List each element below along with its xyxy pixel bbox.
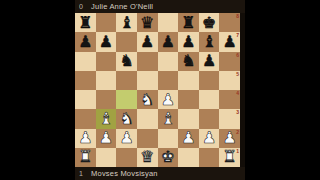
- square-h3[interactable]: 3: [219, 109, 240, 128]
- square-e1[interactable]: ♚: [158, 148, 179, 167]
- piece-white-pawn[interactable]: ♟: [119, 130, 133, 146]
- piece-black-pawn[interactable]: ♟: [202, 53, 216, 69]
- square-d1[interactable]: ♛: [137, 148, 158, 167]
- square-d8[interactable]: ♛: [137, 13, 158, 32]
- square-c7[interactable]: [116, 32, 137, 51]
- pillarbox-right: [245, 0, 320, 180]
- square-h1[interactable]: 1♜: [219, 148, 240, 167]
- square-c5[interactable]: [116, 71, 137, 90]
- square-e8[interactable]: [158, 13, 179, 32]
- pillarbox-left: [0, 0, 75, 180]
- square-c6[interactable]: ♞: [116, 52, 137, 71]
- square-f3[interactable]: [178, 109, 199, 128]
- piece-black-pawn[interactable]: ♟: [181, 33, 195, 49]
- square-b6[interactable]: [96, 52, 117, 71]
- piece-white-pawn[interactable]: ♟: [99, 130, 113, 146]
- piece-white-pawn[interactable]: ♟: [161, 91, 175, 107]
- square-d4[interactable]: ♞: [137, 90, 158, 109]
- square-b7[interactable]: ♟: [96, 32, 117, 51]
- piece-black-rook[interactable]: ♜: [78, 14, 92, 30]
- square-g1[interactable]: [199, 148, 220, 167]
- square-c2[interactable]: ♟: [116, 129, 137, 148]
- square-h2[interactable]: 2♟: [219, 129, 240, 148]
- square-f8[interactable]: ♜: [178, 13, 199, 32]
- square-g2[interactable]: ♟: [199, 129, 220, 148]
- square-c8[interactable]: ♝: [116, 13, 137, 32]
- square-g7[interactable]: ♝: [199, 32, 220, 51]
- square-c3[interactable]: ♞: [116, 109, 137, 128]
- top-player-name: Julie Anne O'Neill: [91, 2, 153, 11]
- square-d2[interactable]: [137, 129, 158, 148]
- piece-black-knight[interactable]: ♞: [119, 53, 133, 69]
- piece-white-pawn[interactable]: ♟: [202, 130, 216, 146]
- square-e2[interactable]: [158, 129, 179, 148]
- square-a4[interactable]: [75, 90, 96, 109]
- bottom-player-score: 1: [79, 170, 83, 177]
- square-d7[interactable]: ♟: [137, 32, 158, 51]
- bottom-player-bar: 1 Movses Movsisyan: [75, 167, 245, 180]
- piece-white-rook[interactable]: ♜: [78, 149, 92, 165]
- rank-label-8: 8: [236, 13, 239, 19]
- square-h7[interactable]: 7♟: [219, 32, 240, 51]
- piece-white-knight[interactable]: ♞: [140, 91, 154, 107]
- rank-label-5: 5: [236, 71, 239, 77]
- square-a8[interactable]: ♜: [75, 13, 96, 32]
- square-e3[interactable]: ♝: [158, 109, 179, 128]
- square-c1[interactable]: [116, 148, 137, 167]
- square-f5[interactable]: [178, 71, 199, 90]
- square-c4[interactable]: [116, 90, 137, 109]
- piece-white-queen[interactable]: ♛: [140, 149, 154, 165]
- top-player-bar: 0 Julie Anne O'Neill: [75, 0, 245, 13]
- square-a1[interactable]: ♜: [75, 148, 96, 167]
- rank-label-4: 4: [236, 90, 239, 96]
- square-f4[interactable]: [178, 90, 199, 109]
- piece-white-bishop[interactable]: ♝: [161, 110, 175, 126]
- square-b4[interactable]: [96, 90, 117, 109]
- chess-app-window: 0 Julie Anne O'Neill ♜♝♛♜♚8♟♟♟♟♟♝7♟♞♞♟65…: [75, 0, 245, 180]
- square-e7[interactable]: ♟: [158, 32, 179, 51]
- square-b1[interactable]: [96, 148, 117, 167]
- piece-black-pawn[interactable]: ♟: [99, 33, 113, 49]
- piece-black-bishop[interactable]: ♝: [119, 14, 133, 30]
- square-a5[interactable]: [75, 71, 96, 90]
- square-g4[interactable]: [199, 90, 220, 109]
- piece-black-king[interactable]: ♚: [202, 14, 216, 30]
- square-b5[interactable]: [96, 71, 117, 90]
- piece-black-pawn[interactable]: ♟: [161, 33, 175, 49]
- square-d5[interactable]: [137, 71, 158, 90]
- piece-white-pawn[interactable]: ♟: [223, 130, 237, 146]
- square-b2[interactable]: ♟: [96, 129, 117, 148]
- piece-black-pawn[interactable]: ♟: [78, 33, 92, 49]
- square-b8[interactable]: [96, 13, 117, 32]
- square-g3[interactable]: [199, 109, 220, 128]
- chess-board[interactable]: ♜♝♛♜♚8♟♟♟♟♟♝7♟♞♞♟65♞♟4♝♞♝3♟♟♟♟♟2♟♜♛♚1♜: [75, 13, 240, 167]
- top-player-score: 0: [79, 3, 83, 10]
- piece-white-king[interactable]: ♚: [161, 149, 175, 165]
- square-e5[interactable]: [158, 71, 179, 90]
- square-d3[interactable]: [137, 109, 158, 128]
- rank-label-3: 3: [236, 109, 239, 115]
- square-h4[interactable]: 4: [219, 90, 240, 109]
- rank-label-6: 6: [236, 52, 239, 58]
- piece-white-pawn[interactable]: ♟: [181, 130, 195, 146]
- piece-black-knight[interactable]: ♞: [181, 53, 195, 69]
- square-g5[interactable]: [199, 71, 220, 90]
- square-d6[interactable]: [137, 52, 158, 71]
- square-a6[interactable]: [75, 52, 96, 71]
- square-f6[interactable]: ♞: [178, 52, 199, 71]
- piece-black-pawn[interactable]: ♟: [140, 33, 154, 49]
- square-a7[interactable]: ♟: [75, 32, 96, 51]
- square-a3[interactable]: [75, 109, 96, 128]
- piece-black-bishop[interactable]: ♝: [202, 33, 216, 49]
- piece-white-pawn[interactable]: ♟: [78, 130, 92, 146]
- square-f7[interactable]: ♟: [178, 32, 199, 51]
- square-e6[interactable]: [158, 52, 179, 71]
- piece-black-pawn[interactable]: ♟: [223, 33, 237, 49]
- piece-black-rook[interactable]: ♜: [181, 14, 195, 30]
- square-h8[interactable]: 8: [219, 13, 240, 32]
- piece-black-queen[interactable]: ♛: [140, 14, 154, 30]
- square-h6[interactable]: 6: [219, 52, 240, 71]
- square-g6[interactable]: ♟: [199, 52, 220, 71]
- square-f1[interactable]: [178, 148, 199, 167]
- piece-white-rook[interactable]: ♜: [223, 149, 237, 165]
- square-g8[interactable]: ♚: [199, 13, 220, 32]
- bottom-player-name: Movses Movsisyan: [91, 169, 158, 178]
- square-a2[interactable]: ♟: [75, 129, 96, 148]
- square-e4[interactable]: ♟: [158, 90, 179, 109]
- piece-white-bishop[interactable]: ♝: [99, 110, 113, 126]
- piece-white-knight[interactable]: ♞: [119, 110, 133, 126]
- square-b3[interactable]: ♝: [96, 109, 117, 128]
- square-f2[interactable]: ♟: [178, 129, 199, 148]
- square-h5[interactable]: 5: [219, 71, 240, 90]
